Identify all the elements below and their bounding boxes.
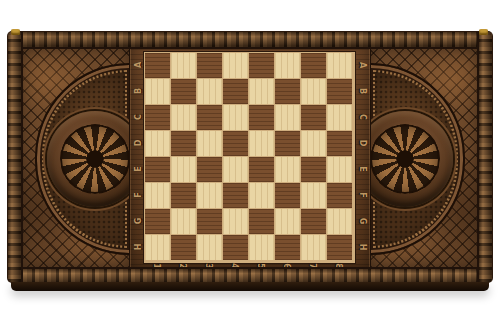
square-E6[interactable] [275, 157, 300, 182]
square-E7[interactable] [301, 157, 326, 182]
coordinate-label: B [125, 85, 151, 98]
rank-labels-right: ABCDEFGH [356, 52, 369, 261]
coordinate-label: F [125, 189, 151, 202]
coordinate-label: D [350, 137, 376, 150]
coordinate-label: D [125, 137, 151, 150]
spiral-rosette-icon [60, 124, 130, 194]
square-D6[interactable] [275, 131, 300, 156]
square-D2[interactable] [171, 131, 196, 156]
carved-border-bottom [8, 267, 492, 282]
square-B7[interactable] [301, 79, 326, 104]
square-C8[interactable] [327, 105, 352, 130]
coordinate-label: E [125, 163, 151, 176]
square-D7[interactable] [301, 131, 326, 156]
square-D3[interactable] [197, 131, 222, 156]
square-B3[interactable] [197, 79, 222, 104]
spiral-rosette-icon [370, 124, 440, 194]
chess-board [144, 52, 355, 263]
brass-hinge-left-icon [11, 29, 20, 35]
case-bottom-edge [11, 281, 489, 291]
square-G2[interactable] [171, 209, 196, 234]
square-B6[interactable] [275, 79, 300, 104]
square-B2[interactable] [171, 79, 196, 104]
square-D5[interactable] [249, 131, 274, 156]
square-G8[interactable] [327, 209, 352, 234]
square-C3[interactable] [197, 105, 222, 130]
square-F3[interactable] [197, 183, 222, 208]
square-F4[interactable] [223, 183, 248, 208]
square-D8[interactable] [327, 131, 352, 156]
square-C5[interactable] [249, 105, 274, 130]
coordinate-label: F [350, 189, 376, 202]
square-F5[interactable] [249, 183, 274, 208]
square-E2[interactable] [171, 157, 196, 182]
carved-border-top [8, 32, 492, 49]
square-G7[interactable] [301, 209, 326, 234]
square-C7[interactable] [301, 105, 326, 130]
rank-labels-left: ABCDEFGH [131, 52, 144, 261]
carved-border-left [8, 32, 23, 282]
carved-border-right [477, 32, 492, 282]
brass-hinge-right-icon [479, 29, 488, 35]
square-F7[interactable] [301, 183, 326, 208]
square-F8[interactable] [327, 183, 352, 208]
coordinate-label: A [350, 59, 376, 72]
coordinate-label: H [350, 241, 376, 254]
square-G4[interactable] [223, 209, 248, 234]
coordinate-label: C [350, 111, 376, 124]
coordinate-label: G [125, 215, 151, 228]
carved-wooden-chess-case: 12345678 12345678 ABCDEFGH ABCDEFGH [8, 32, 492, 282]
square-D4[interactable] [223, 131, 248, 156]
coordinate-label: C [125, 111, 151, 124]
coordinate-label: E [350, 163, 376, 176]
chessboard-frame: 12345678 12345678 ABCDEFGH ABCDEFGH [130, 40, 370, 270]
case-top-face: 12345678 12345678 ABCDEFGH ABCDEFGH [8, 32, 492, 282]
square-B4[interactable] [223, 79, 248, 104]
square-E3[interactable] [197, 157, 222, 182]
square-E8[interactable] [327, 157, 352, 182]
arched-molding-right [366, 63, 465, 255]
square-G3[interactable] [197, 209, 222, 234]
square-G5[interactable] [249, 209, 274, 234]
coordinate-label: A [125, 59, 151, 72]
coordinate-label: H [125, 241, 151, 254]
square-E4[interactable] [223, 157, 248, 182]
photo-background: 12345678 12345678 ABCDEFGH ABCDEFGH [0, 0, 500, 333]
square-F6[interactable] [275, 183, 300, 208]
carved-side-panel-left [21, 47, 130, 267]
square-F2[interactable] [171, 183, 196, 208]
arched-molding-left [35, 63, 134, 255]
square-C4[interactable] [223, 105, 248, 130]
coordinate-label: B [350, 85, 376, 98]
square-C6[interactable] [275, 105, 300, 130]
square-B8[interactable] [327, 79, 352, 104]
carved-side-panel-right [370, 47, 479, 267]
square-C2[interactable] [171, 105, 196, 130]
square-B5[interactable] [249, 79, 274, 104]
square-G6[interactable] [275, 209, 300, 234]
coordinate-label: G [350, 215, 376, 228]
square-E5[interactable] [249, 157, 274, 182]
